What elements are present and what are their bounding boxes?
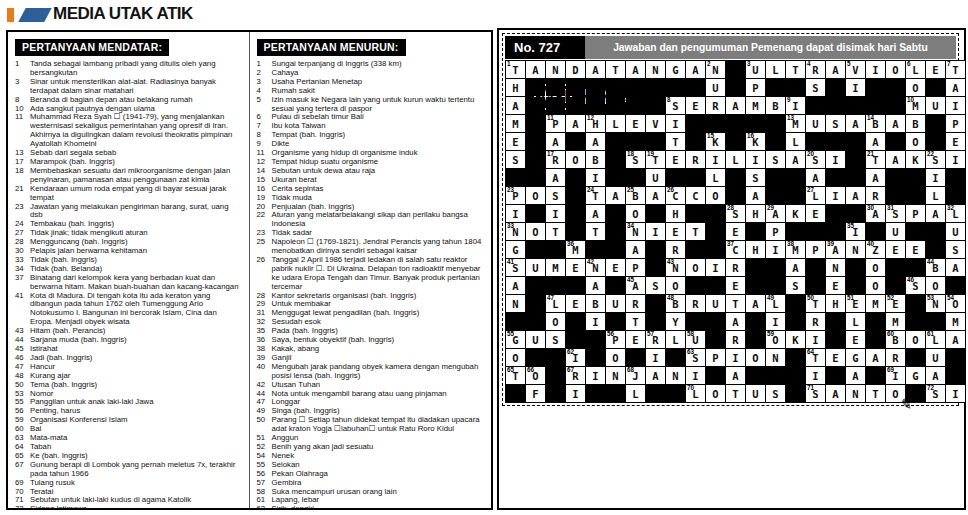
cell-letter: M: [512, 119, 518, 130]
letter-cell[interactable]: 49L: [766, 295, 785, 312]
letter-cell[interactable]: A: [726, 97, 745, 114]
letter-cell[interactable]: U: [946, 223, 965, 240]
letter-cell[interactable]: 56P: [606, 331, 625, 348]
letter-cell[interactable]: G: [506, 241, 525, 258]
letter-cell[interactable]: A: [946, 259, 965, 276]
letter-cell[interactable]: S: [766, 385, 785, 402]
letter-cell[interactable]: I: [686, 367, 705, 384]
letter-cell[interactable]: E: [826, 349, 845, 366]
letter-cell[interactable]: I: [666, 115, 685, 132]
letter-cell[interactable]: 64T: [806, 349, 825, 366]
letter-cell[interactable]: N: [646, 61, 665, 78]
cell-letter: E: [852, 335, 858, 346]
letter-cell[interactable]: A: [626, 241, 645, 258]
letter-cell[interactable]: O: [866, 277, 885, 294]
letter-cell[interactable]: O: [706, 385, 725, 402]
letter-cell[interactable]: E: [806, 205, 825, 222]
letter-cell[interactable]: S: [806, 79, 825, 96]
letter-cell[interactable]: A: [786, 151, 805, 168]
letter-cell[interactable]: C: [686, 187, 705, 204]
letter-cell[interactable]: S: [506, 151, 525, 168]
letter-cell[interactable]: I: [746, 151, 765, 168]
letter-cell[interactable]: T: [546, 223, 565, 240]
letter-cell[interactable]: I: [646, 349, 665, 366]
letter-cell[interactable]: 2N: [706, 61, 725, 78]
letter-cell[interactable]: E: [946, 133, 965, 150]
letter-cell[interactable]: A: [646, 367, 665, 384]
letter-cell[interactable]: 5V: [846, 61, 865, 78]
letter-cell[interactable]: K: [786, 331, 805, 348]
letter-cell[interactable]: 14B: [866, 115, 885, 132]
letter-cell[interactable]: T: [606, 61, 625, 78]
letter-cell[interactable]: E: [886, 241, 905, 258]
letter-cell[interactable]: 24T: [586, 187, 605, 204]
letter-cell[interactable]: 34N: [626, 223, 645, 240]
letter-cell[interactable]: U: [886, 223, 905, 240]
letter-cell[interactable]: E: [826, 277, 845, 294]
letter-cell[interactable]: O: [866, 259, 885, 276]
letter-cell[interactable]: T: [726, 385, 745, 402]
letter-cell[interactable]: 35I: [846, 223, 865, 240]
letter-cell[interactable]: M: [946, 313, 965, 330]
letter-cell[interactable]: 33N: [506, 223, 525, 240]
letter-cell[interactable]: U: [706, 79, 725, 96]
letter-cell[interactable]: 38M: [786, 241, 805, 258]
letter-cell[interactable]: E: [606, 259, 625, 276]
letter-cell[interactable]: S: [546, 331, 565, 348]
cell-letter: L: [632, 389, 638, 400]
letter-cell[interactable]: 16K: [746, 133, 765, 150]
letter-cell[interactable]: 66O: [526, 367, 545, 384]
letter-cell[interactable]: 9I: [786, 97, 805, 114]
letter-cell[interactable]: O: [666, 277, 685, 294]
letter-cell[interactable]: I: [706, 259, 725, 276]
letter-cell[interactable]: I: [946, 385, 965, 402]
letter-cell[interactable]: A: [566, 115, 585, 132]
letter-cell[interactable]: A: [586, 61, 605, 78]
block-cell: [726, 187, 745, 204]
letter-cell[interactable]: 30A: [866, 205, 885, 222]
cell-number: 66: [527, 367, 534, 373]
letter-cell[interactable]: S: [546, 187, 565, 204]
block-cell: [826, 331, 845, 348]
letter-cell[interactable]: 52E: [886, 295, 905, 312]
cell-letter: S: [672, 101, 678, 112]
cell-letter: O: [872, 263, 878, 274]
letter-cell[interactable]: N: [826, 259, 845, 276]
letter-cell[interactable]: A: [626, 61, 645, 78]
letter-cell[interactable]: R: [726, 331, 745, 348]
letter-cell[interactable]: T: [686, 223, 705, 240]
letter-cell[interactable]: 23P: [506, 187, 525, 204]
letter-cell[interactable]: A: [846, 115, 865, 132]
letter-cell[interactable]: H: [746, 241, 765, 258]
letter-cell[interactable]: O: [626, 205, 645, 222]
letter-cell[interactable]: B: [586, 295, 605, 312]
letter-cell[interactable]: L: [626, 385, 645, 402]
letter-cell[interactable]: O: [906, 133, 925, 150]
letter-cell[interactable]: E: [686, 97, 705, 114]
letter-cell[interactable]: I: [826, 187, 845, 204]
letter-cell[interactable]: I: [806, 367, 825, 384]
letter-cell[interactable]: R: [706, 97, 725, 114]
letter-cell[interactable]: A: [726, 313, 745, 330]
letter-cell[interactable]: N: [766, 349, 785, 366]
letter-cell[interactable]: U: [926, 97, 945, 114]
letter-cell[interactable]: 55G: [506, 331, 525, 348]
letter-cell[interactable]: E: [506, 133, 525, 150]
letter-cell[interactable]: A: [806, 169, 825, 186]
letter-cell[interactable]: S: [786, 277, 805, 294]
letter-cell[interactable]: L: [926, 187, 945, 204]
letter-cell[interactable]: L: [606, 115, 625, 132]
letter-cell[interactable]: B: [906, 115, 925, 132]
letter-cell[interactable]: T: [586, 223, 605, 240]
letter-cell[interactable]: L: [706, 169, 725, 186]
letter-cell[interactable]: 41S: [506, 259, 525, 276]
letter-cell[interactable]: H: [666, 205, 685, 222]
letter-cell[interactable]: E: [566, 259, 585, 276]
letter-cell[interactable]: M: [746, 97, 765, 114]
letter-cell[interactable]: 67R: [566, 367, 585, 384]
letter-cell[interactable]: O: [506, 349, 525, 366]
letter-cell[interactable]: A: [546, 133, 565, 150]
letter-cell[interactable]: P: [706, 349, 725, 366]
letter-cell[interactable]: 68J: [626, 367, 645, 384]
letter-cell[interactable]: A: [586, 277, 605, 294]
letter-cell[interactable]: 61L: [926, 331, 945, 348]
letter-cell[interactable]: 32L: [946, 205, 965, 222]
block-cell: [526, 349, 545, 366]
letter-cell[interactable]: Y: [666, 313, 685, 330]
letter-cell[interactable]: P: [626, 259, 645, 276]
letter-cell[interactable]: 50T: [806, 295, 825, 312]
letter-cell[interactable]: A: [926, 205, 945, 222]
letter-cell[interactable]: E: [666, 223, 685, 240]
clue-number: 5: [257, 96, 272, 114]
letter-cell[interactable]: 13M: [786, 115, 805, 132]
letter-cell[interactable]: U: [646, 169, 665, 186]
letter-cell[interactable]: 3U: [746, 61, 765, 78]
letter-cell[interactable]: T: [626, 313, 645, 330]
letter-cell[interactable]: I: [946, 151, 965, 168]
letter-cell[interactable]: 26C: [666, 187, 685, 204]
letter-cell[interactable]: T: [666, 133, 685, 150]
letter-cell[interactable]: R: [626, 295, 645, 312]
letter-cell[interactable]: A: [506, 97, 525, 114]
letter-cell[interactable]: S: [646, 277, 665, 294]
letter-cell[interactable]: N: [606, 367, 625, 384]
block-cell: [926, 133, 945, 150]
letter-cell[interactable]: P: [806, 241, 825, 258]
letter-cell[interactable]: T: [866, 385, 885, 402]
letter-cell[interactable]: N: [506, 295, 525, 312]
letter-cell[interactable]: 6L: [906, 61, 925, 78]
clue-text: Mata-mata: [30, 434, 244, 443]
letter-cell[interactable]: R: [726, 259, 745, 276]
letter-cell[interactable]: 54O: [946, 295, 965, 312]
letter-cell[interactable]: 65T: [506, 367, 525, 384]
letter-cell[interactable]: 31S: [886, 205, 905, 222]
letter-cell[interactable]: 46S: [906, 277, 925, 294]
letter-cell[interactable]: U: [526, 259, 545, 276]
block-cell: [766, 169, 785, 186]
letter-cell[interactable]: I: [766, 241, 785, 258]
letter-cell[interactable]: R: [886, 349, 905, 366]
letter-cell[interactable]: 59O: [766, 331, 785, 348]
letter-cell[interactable]: 20S: [806, 151, 825, 168]
letter-cell[interactable]: 36M: [566, 241, 585, 258]
letter-cell[interactable]: T: [726, 295, 745, 312]
letter-cell[interactable]: S: [766, 151, 785, 168]
letter-cell[interactable]: E: [566, 295, 585, 312]
letter-cell[interactable]: O: [746, 349, 765, 366]
letter-cell[interactable]: O: [886, 61, 905, 78]
cell-letter: A: [752, 191, 758, 202]
letter-cell[interactable]: 70L: [686, 385, 705, 402]
letter-cell[interactable]: E: [846, 331, 865, 348]
letter-cell[interactable]: A: [846, 367, 865, 384]
letter-cell[interactable]: O: [546, 313, 565, 330]
letter-cell[interactable]: A: [866, 349, 885, 366]
letter-cell[interactable]: M: [886, 313, 905, 330]
letter-cell[interactable]: E: [626, 115, 645, 132]
letter-cell[interactable]: D: [566, 61, 585, 78]
block-cell: [646, 313, 665, 330]
cell-letter: S: [952, 245, 958, 256]
letter-cell[interactable]: 45A: [626, 277, 645, 294]
letter-cell[interactable]: L: [766, 61, 785, 78]
letter-cell[interactable]: A: [826, 385, 845, 402]
letter-cell[interactable]: A: [866, 169, 885, 186]
letter-cell[interactable]: H: [826, 295, 845, 312]
letter-cell[interactable]: P: [766, 223, 785, 240]
letter-cell[interactable]: A: [786, 259, 805, 276]
letter-cell[interactable]: I: [826, 151, 845, 168]
letter-cell[interactable]: E: [926, 61, 945, 78]
letter-cell[interactable]: L: [666, 331, 685, 348]
cell-number: 6: [907, 61, 911, 67]
letter-cell[interactable]: 7T: [946, 61, 965, 78]
letter-cell[interactable]: R: [686, 295, 705, 312]
letter-cell[interactable]: 47L: [546, 295, 565, 312]
letter-cell[interactable]: I: [926, 169, 945, 186]
letter-cell[interactable]: H: [746, 205, 765, 222]
letter-cell[interactable]: I: [586, 367, 605, 384]
letter-cell[interactable]: G: [846, 349, 865, 366]
letter-cell[interactable]: M: [866, 295, 885, 312]
letter-cell[interactable]: 10M: [906, 97, 925, 114]
letter-cell[interactable]: A: [546, 169, 565, 186]
letter-cell[interactable]: A: [926, 367, 945, 384]
letter-cell[interactable]: A: [946, 79, 965, 96]
letter-cell[interactable]: 12H: [586, 115, 605, 132]
letter-cell[interactable]: I: [726, 349, 745, 366]
letter-cell[interactable]: A: [586, 205, 605, 222]
letter-cell[interactable]: H: [506, 79, 525, 96]
letter-cell[interactable]: A: [726, 367, 745, 384]
letter-cell[interactable]: E: [626, 331, 645, 348]
letter-cell[interactable]: 21T: [866, 151, 885, 168]
letter-cell[interactable]: O: [526, 223, 545, 240]
letter-cell[interactable]: U: [706, 295, 725, 312]
letter-cell[interactable]: E: [906, 241, 925, 258]
block-cell: [526, 295, 545, 312]
letter-cell[interactable]: T: [786, 61, 805, 78]
letter-cell[interactable]: O: [906, 331, 925, 348]
letter-cell[interactable]: R: [666, 241, 685, 258]
letter-cell[interactable]: L: [726, 151, 745, 168]
letter-cell[interactable]: 39A: [826, 241, 845, 258]
clue-item: 18Membebaskan sesuatu dari mikroorganism…: [15, 167, 244, 185]
letter-cell[interactable]: O: [566, 151, 585, 168]
block-cell: [786, 349, 805, 366]
letter-cell[interactable]: 18S: [626, 151, 645, 168]
letter-cell[interactable]: N: [846, 241, 865, 258]
letter-cell[interactable]: F: [526, 385, 545, 402]
letter-cell[interactable]: E: [666, 151, 685, 168]
letter-cell[interactable]: G: [906, 367, 925, 384]
letter-cell[interactable]: U: [526, 331, 545, 348]
letter-cell[interactable]: O: [686, 259, 705, 276]
letter-cell[interactable]: O: [706, 187, 725, 204]
letter-cell[interactable]: I: [866, 61, 885, 78]
letter-cell[interactable]: P: [746, 79, 765, 96]
letter-cell[interactable]: 8S: [666, 97, 685, 114]
letter-cell[interactable]: 15K: [706, 133, 725, 150]
letter-cell[interactable]: 25B: [626, 187, 645, 204]
letter-cell[interactable]: I: [506, 205, 525, 222]
block-cell: [586, 97, 605, 114]
letter-cell[interactable]: U: [806, 115, 825, 132]
letter-cell[interactable]: I: [806, 331, 825, 348]
letter-cell[interactable]: 72S: [926, 385, 945, 402]
letter-cell[interactable]: I: [766, 313, 785, 330]
letter-cell[interactable]: A: [866, 133, 885, 150]
letter-cell[interactable]: E: [726, 277, 745, 294]
letter-cell[interactable]: R: [686, 151, 705, 168]
letter-cell[interactable]: I: [706, 151, 725, 168]
letter-cell[interactable]: 37C: [726, 241, 745, 258]
letter-cell[interactable]: A: [946, 331, 965, 348]
letter-cell[interactable]: N: [846, 385, 865, 402]
letter-cell[interactable]: 19T: [646, 151, 665, 168]
letter-cell[interactable]: O: [906, 79, 925, 96]
letter-cell[interactable]: N: [546, 61, 565, 78]
letter-cell[interactable]: I: [586, 169, 605, 186]
letter-cell[interactable]: K: [906, 151, 925, 168]
letter-cell[interactable]: A: [846, 187, 865, 204]
letter-cell[interactable]: A: [586, 133, 605, 150]
letter-cell[interactable]: 11P: [546, 115, 565, 132]
letter-cell[interactable]: I: [546, 205, 565, 222]
letter-cell[interactable]: 51E: [846, 295, 865, 312]
letter-cell[interactable]: S: [826, 115, 845, 132]
cell-letter: S: [792, 281, 798, 292]
block-cell: [606, 241, 625, 258]
block-cell: [826, 79, 845, 96]
letter-cell[interactable]: A: [746, 187, 765, 204]
block-cell: [546, 349, 565, 366]
letter-cell[interactable]: O: [606, 349, 625, 366]
letter-cell[interactable]: G: [666, 61, 685, 78]
letter-cell[interactable]: 43N: [666, 259, 685, 276]
letter-cell[interactable]: A: [886, 115, 905, 132]
letter-cell[interactable]: M: [506, 115, 525, 132]
letter-cell[interactable]: R: [866, 187, 885, 204]
letter-cell[interactable]: A: [606, 187, 625, 204]
letter-cell[interactable]: O: [926, 277, 945, 294]
letter-cell[interactable]: B: [586, 151, 605, 168]
letter-cell[interactable]: 53N: [926, 295, 945, 312]
letter-cell[interactable]: 4R: [806, 61, 825, 78]
block-cell: [866, 331, 885, 348]
letter-cell[interactable]: P: [906, 205, 925, 222]
letter-cell[interactable]: 40Z: [866, 241, 885, 258]
letter-cell[interactable]: L: [846, 313, 865, 330]
letter-cell[interactable]: A: [646, 187, 665, 204]
letter-cell[interactable]: A: [826, 61, 845, 78]
letter-cell[interactable]: A: [746, 295, 765, 312]
letter-cell[interactable]: L: [786, 133, 805, 150]
letter-cell[interactable]: M: [546, 259, 565, 276]
letter-cell[interactable]: 63S: [686, 349, 705, 366]
letter-cell[interactable]: A: [686, 61, 705, 78]
letter-cell[interactable]: U: [746, 385, 765, 402]
letter-cell[interactable]: N: [666, 367, 685, 384]
letter-cell[interactable]: 42N: [586, 259, 605, 276]
letter-cell[interactable]: 28S: [726, 205, 745, 222]
letter-cell[interactable]: 69I: [886, 367, 905, 384]
letter-cell[interactable]: A: [506, 277, 525, 294]
letter-cell[interactable]: 71S: [806, 385, 825, 402]
letter-cell[interactable]: A: [886, 151, 905, 168]
letter-cell[interactable]: I: [846, 79, 865, 96]
letter-cell[interactable]: O: [526, 187, 545, 204]
letter-cell[interactable]: 27L: [806, 187, 825, 204]
letter-cell[interactable]: I: [566, 385, 585, 402]
letter-cell[interactable]: U: [926, 349, 945, 366]
letter-cell[interactable]: 60B: [886, 331, 905, 348]
letter-cell[interactable]: B: [766, 97, 785, 114]
letter-cell[interactable]: E: [726, 223, 745, 240]
letter-cell[interactable]: 62I: [566, 349, 585, 366]
letter-cell[interactable]: R: [806, 313, 825, 330]
letter-cell[interactable]: 44B: [926, 259, 945, 276]
letter-cell[interactable]: 57R: [646, 331, 665, 348]
letter-cell[interactable]: V: [646, 115, 665, 132]
letter-cell[interactable]: I: [646, 223, 665, 240]
cell-letter: A: [832, 65, 838, 76]
cell-number: 69: [887, 367, 894, 373]
letter-cell[interactable]: S: [746, 169, 765, 186]
cell-letter: L: [912, 65, 918, 76]
letter-cell[interactable]: P: [946, 115, 965, 132]
letter-cell[interactable]: 48B: [666, 295, 685, 312]
letter-cell[interactable]: 22S: [926, 151, 945, 168]
letter-cell[interactable]: K: [786, 205, 805, 222]
letter-cell[interactable]: I: [946, 97, 965, 114]
block-cell: [926, 241, 945, 258]
letter-cell[interactable]: 58U: [686, 331, 705, 348]
letter-cell[interactable]: 17R: [546, 151, 565, 168]
letter-cell[interactable]: 1T: [506, 61, 525, 78]
letter-cell[interactable]: S: [946, 241, 965, 258]
letter-cell[interactable]: A: [526, 61, 545, 78]
letter-cell[interactable]: U: [606, 295, 625, 312]
letter-cell[interactable]: I: [586, 313, 605, 330]
letter-cell[interactable]: 29A: [766, 205, 785, 222]
